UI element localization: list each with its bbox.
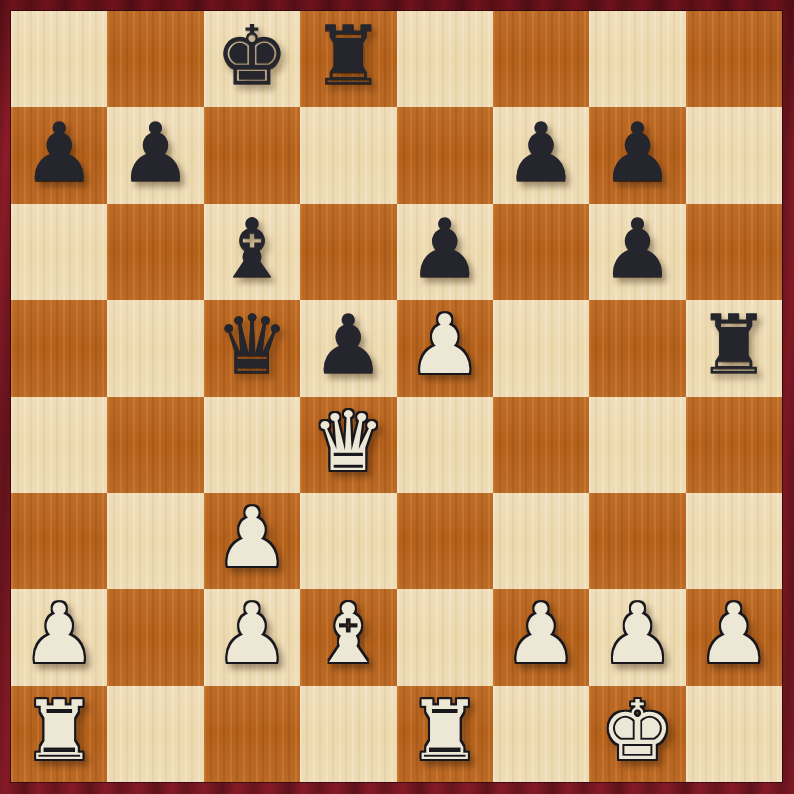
square-a8[interactable] [11, 11, 107, 107]
square-h1[interactable] [686, 686, 782, 782]
square-f1[interactable] [493, 686, 589, 782]
white-rook-a1: ♜ [22, 690, 96, 772]
square-a1[interactable]: ♜ [11, 686, 107, 782]
square-c2[interactable]: ♟ [204, 589, 300, 685]
square-f2[interactable]: ♟ [493, 589, 589, 685]
black-pawn-g6: ♟ [601, 208, 675, 290]
square-g7[interactable]: ♟ [589, 107, 685, 203]
square-e6[interactable]: ♟ [397, 204, 493, 300]
square-a4[interactable] [11, 397, 107, 493]
black-pawn-g7: ♟ [601, 112, 675, 194]
square-d6[interactable] [300, 204, 396, 300]
black-pawn-a7: ♟ [22, 112, 96, 194]
square-c7[interactable] [204, 107, 300, 203]
square-e5[interactable]: ♟ [397, 300, 493, 396]
square-e3[interactable] [397, 493, 493, 589]
square-a3[interactable] [11, 493, 107, 589]
square-f7[interactable]: ♟ [493, 107, 589, 203]
white-pawn-a2: ♟ [22, 593, 96, 675]
square-b2[interactable] [107, 589, 203, 685]
square-a6[interactable] [11, 204, 107, 300]
black-pawn-e6: ♟ [408, 208, 482, 290]
square-d8[interactable]: ♜ [300, 11, 396, 107]
square-h8[interactable] [686, 11, 782, 107]
square-b8[interactable] [107, 11, 203, 107]
square-f8[interactable] [493, 11, 589, 107]
square-h6[interactable] [686, 204, 782, 300]
square-g2[interactable]: ♟ [589, 589, 685, 685]
white-pawn-c3: ♟ [215, 497, 289, 579]
white-rook-e1: ♜ [408, 690, 482, 772]
square-f6[interactable] [493, 204, 589, 300]
black-rook-d8: ♜ [312, 15, 386, 97]
square-f5[interactable] [493, 300, 589, 396]
chess-board: ♚♜♟♟♟♟♝♟♟♛♟♟♜♛♟♟♟♝♟♟♟♜♜♚ [11, 11, 782, 782]
square-h4[interactable] [686, 397, 782, 493]
square-d1[interactable] [300, 686, 396, 782]
square-d3[interactable] [300, 493, 396, 589]
square-e1[interactable]: ♜ [397, 686, 493, 782]
square-b4[interactable] [107, 397, 203, 493]
white-pawn-g2: ♟ [601, 593, 675, 675]
square-c4[interactable] [204, 397, 300, 493]
square-c3[interactable]: ♟ [204, 493, 300, 589]
white-pawn-f2: ♟ [504, 593, 578, 675]
black-pawn-d5: ♟ [312, 304, 386, 386]
square-a2[interactable]: ♟ [11, 589, 107, 685]
square-d2[interactable]: ♝ [300, 589, 396, 685]
square-b5[interactable] [107, 300, 203, 396]
white-queen-d4: ♛ [312, 401, 386, 483]
black-pawn-b7: ♟ [119, 112, 193, 194]
black-rook-h5: ♜ [697, 304, 771, 386]
square-g6[interactable]: ♟ [589, 204, 685, 300]
black-queen-c5: ♛ [215, 304, 289, 386]
square-e7[interactable] [397, 107, 493, 203]
square-g3[interactable] [589, 493, 685, 589]
white-king-g1: ♚ [601, 690, 675, 772]
square-d5[interactable]: ♟ [300, 300, 396, 396]
square-e8[interactable] [397, 11, 493, 107]
white-pawn-c2: ♟ [215, 593, 289, 675]
square-e4[interactable] [397, 397, 493, 493]
square-b7[interactable]: ♟ [107, 107, 203, 203]
black-bishop-c6: ♝ [215, 208, 289, 290]
square-d7[interactable] [300, 107, 396, 203]
square-h7[interactable] [686, 107, 782, 203]
square-c6[interactable]: ♝ [204, 204, 300, 300]
black-king-c8: ♚ [215, 15, 289, 97]
square-h2[interactable]: ♟ [686, 589, 782, 685]
square-a7[interactable]: ♟ [11, 107, 107, 203]
square-a5[interactable] [11, 300, 107, 396]
board-frame: ♚♜♟♟♟♟♝♟♟♛♟♟♜♛♟♟♟♝♟♟♟♜♜♚ [0, 0, 794, 794]
square-f4[interactable] [493, 397, 589, 493]
square-b1[interactable] [107, 686, 203, 782]
square-c1[interactable] [204, 686, 300, 782]
square-f3[interactable] [493, 493, 589, 589]
black-pawn-f7: ♟ [504, 112, 578, 194]
square-h3[interactable] [686, 493, 782, 589]
square-b3[interactable] [107, 493, 203, 589]
square-c5[interactable]: ♛ [204, 300, 300, 396]
white-bishop-d2: ♝ [312, 593, 386, 675]
square-g4[interactable] [589, 397, 685, 493]
square-g5[interactable] [589, 300, 685, 396]
square-c8[interactable]: ♚ [204, 11, 300, 107]
white-pawn-e5: ♟ [408, 304, 482, 386]
square-g8[interactable] [589, 11, 685, 107]
square-d4[interactable]: ♛ [300, 397, 396, 493]
square-e2[interactable] [397, 589, 493, 685]
square-b6[interactable] [107, 204, 203, 300]
white-pawn-h2: ♟ [697, 593, 771, 675]
square-g1[interactable]: ♚ [589, 686, 685, 782]
square-h5[interactable]: ♜ [686, 300, 782, 396]
